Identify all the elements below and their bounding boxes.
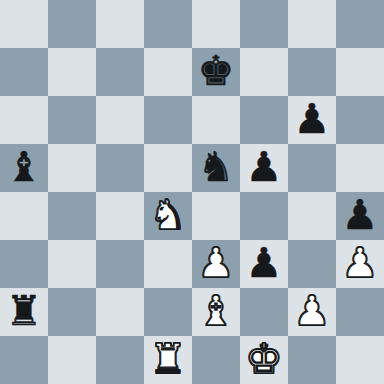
- square-h1[interactable]: [336, 336, 384, 384]
- square-f1[interactable]: ♚: [240, 336, 288, 384]
- black-knight[interactable]: ♞: [198, 143, 235, 191]
- square-b2[interactable]: [48, 288, 96, 336]
- square-d2[interactable]: [144, 288, 192, 336]
- square-f7[interactable]: [240, 48, 288, 96]
- square-a8[interactable]: [0, 0, 48, 48]
- square-h7[interactable]: [336, 48, 384, 96]
- white-pawn[interactable]: ♟: [342, 239, 379, 287]
- square-c5[interactable]: [96, 144, 144, 192]
- square-g1[interactable]: [288, 336, 336, 384]
- square-a3[interactable]: [0, 240, 48, 288]
- square-e2[interactable]: ♝: [192, 288, 240, 336]
- square-g4[interactable]: [288, 192, 336, 240]
- square-e7[interactable]: ♚: [192, 48, 240, 96]
- square-e6[interactable]: [192, 96, 240, 144]
- square-a1[interactable]: [0, 336, 48, 384]
- square-e1[interactable]: [192, 336, 240, 384]
- chess-board: ♚♟♝♞♟♞♟♟♟♟♜♝♟♜♚: [0, 0, 384, 384]
- square-b4[interactable]: [48, 192, 96, 240]
- square-h4[interactable]: ♟: [336, 192, 384, 240]
- square-e8[interactable]: [192, 0, 240, 48]
- square-d7[interactable]: [144, 48, 192, 96]
- square-c6[interactable]: [96, 96, 144, 144]
- square-g6[interactable]: ♟: [288, 96, 336, 144]
- square-h8[interactable]: [336, 0, 384, 48]
- square-f6[interactable]: [240, 96, 288, 144]
- square-b7[interactable]: [48, 48, 96, 96]
- square-d8[interactable]: [144, 0, 192, 48]
- square-c1[interactable]: [96, 336, 144, 384]
- black-pawn[interactable]: ♟: [342, 191, 379, 239]
- black-pawn[interactable]: ♟: [246, 143, 283, 191]
- square-h5[interactable]: [336, 144, 384, 192]
- black-bishop[interactable]: ♝: [6, 143, 43, 191]
- square-d4[interactable]: ♞: [144, 192, 192, 240]
- square-a5[interactable]: ♝: [0, 144, 48, 192]
- square-c2[interactable]: [96, 288, 144, 336]
- square-e4[interactable]: [192, 192, 240, 240]
- square-a6[interactable]: [0, 96, 48, 144]
- square-b6[interactable]: [48, 96, 96, 144]
- square-h3[interactable]: ♟: [336, 240, 384, 288]
- square-b8[interactable]: [48, 0, 96, 48]
- white-knight[interactable]: ♞: [150, 191, 187, 239]
- square-g5[interactable]: [288, 144, 336, 192]
- square-f3[interactable]: ♟: [240, 240, 288, 288]
- square-b5[interactable]: [48, 144, 96, 192]
- chess-board-container: ♚♟♝♞♟♞♟♟♟♟♜♝♟♜♚: [0, 0, 384, 384]
- square-f4[interactable]: [240, 192, 288, 240]
- square-a2[interactable]: ♜: [0, 288, 48, 336]
- white-rook[interactable]: ♜: [150, 335, 187, 383]
- square-c7[interactable]: [96, 48, 144, 96]
- square-h2[interactable]: [336, 288, 384, 336]
- square-h6[interactable]: [336, 96, 384, 144]
- square-g3[interactable]: [288, 240, 336, 288]
- square-e3[interactable]: ♟: [192, 240, 240, 288]
- white-bishop[interactable]: ♝: [198, 287, 235, 335]
- square-c4[interactable]: [96, 192, 144, 240]
- black-rook[interactable]: ♜: [6, 287, 43, 335]
- square-g8[interactable]: [288, 0, 336, 48]
- white-pawn[interactable]: ♟: [198, 239, 235, 287]
- square-d3[interactable]: [144, 240, 192, 288]
- square-c3[interactable]: [96, 240, 144, 288]
- square-g7[interactable]: [288, 48, 336, 96]
- square-b1[interactable]: [48, 336, 96, 384]
- square-f2[interactable]: [240, 288, 288, 336]
- black-pawn[interactable]: ♟: [294, 95, 331, 143]
- square-f5[interactable]: ♟: [240, 144, 288, 192]
- square-d6[interactable]: [144, 96, 192, 144]
- square-d5[interactable]: [144, 144, 192, 192]
- black-pawn[interactable]: ♟: [246, 239, 283, 287]
- square-e5[interactable]: ♞: [192, 144, 240, 192]
- square-a4[interactable]: [0, 192, 48, 240]
- square-a7[interactable]: [0, 48, 48, 96]
- square-d1[interactable]: ♜: [144, 336, 192, 384]
- black-king[interactable]: ♚: [198, 47, 235, 95]
- white-pawn[interactable]: ♟: [294, 287, 331, 335]
- square-g2[interactable]: ♟: [288, 288, 336, 336]
- white-king[interactable]: ♚: [246, 335, 283, 383]
- square-b3[interactable]: [48, 240, 96, 288]
- square-c8[interactable]: [96, 0, 144, 48]
- square-f8[interactable]: [240, 0, 288, 48]
